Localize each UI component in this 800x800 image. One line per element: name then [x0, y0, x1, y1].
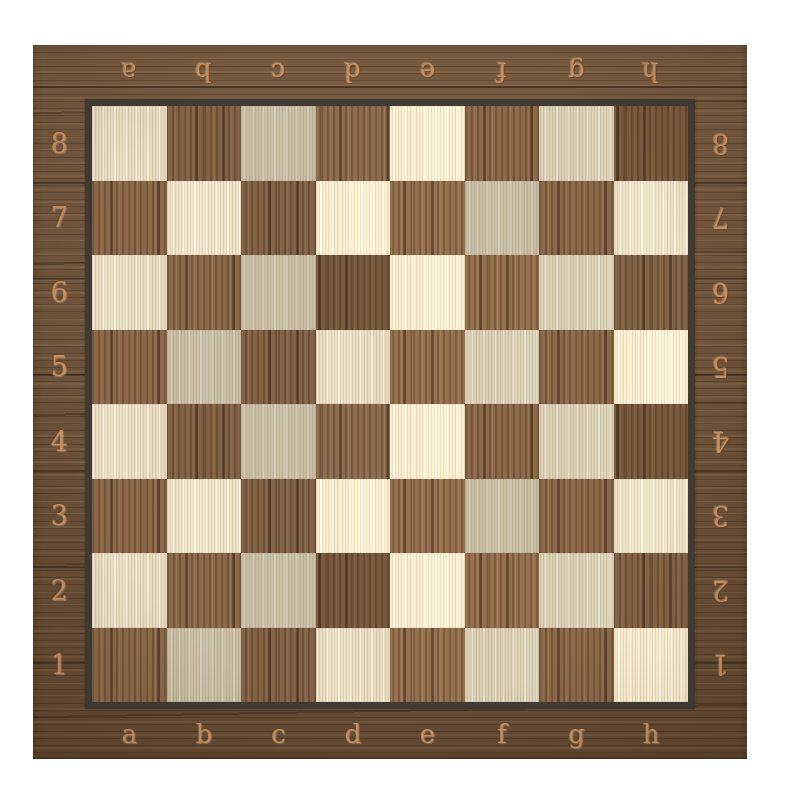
rank-glyph: 6	[712, 279, 729, 306]
rank-glyph: 4	[712, 428, 729, 455]
square-d6[interactable]	[316, 255, 391, 330]
square-f3[interactable]	[465, 479, 540, 554]
file-glyph: a	[121, 721, 137, 747]
square-g7[interactable]	[539, 181, 614, 256]
square-b5[interactable]	[167, 330, 242, 405]
product-photo-background: abcdefgh 87654321 87654321 abcdefgh	[0, 0, 800, 800]
file-glyph: e	[420, 59, 435, 85]
rank-label-left-4: 4	[33, 404, 85, 479]
square-g1[interactable]	[539, 628, 614, 703]
square-e3[interactable]	[390, 479, 465, 554]
rank-label-right-1: 1	[695, 628, 747, 703]
square-b6[interactable]	[167, 255, 242, 330]
rank-label-left-3: 3	[33, 479, 85, 554]
file-label-top-c: c	[241, 45, 316, 99]
square-b4[interactable]	[167, 404, 242, 479]
square-b1[interactable]	[167, 628, 242, 703]
square-f8[interactable]	[465, 106, 540, 181]
square-c6[interactable]	[241, 255, 316, 330]
chessboard: abcdefgh 87654321 87654321 abcdefgh	[33, 45, 747, 759]
square-g3[interactable]	[539, 479, 614, 554]
square-a6[interactable]	[92, 255, 167, 330]
square-c5[interactable]	[241, 330, 316, 405]
square-h8[interactable]	[614, 106, 689, 181]
file-glyph: a	[121, 59, 137, 85]
rank-glyph: 6	[50, 279, 67, 306]
file-glyph: b	[195, 721, 212, 747]
square-d7[interactable]	[316, 181, 391, 256]
square-b7[interactable]	[167, 181, 242, 256]
square-f6[interactable]	[465, 255, 540, 330]
square-g2[interactable]	[539, 553, 614, 628]
square-h6[interactable]	[614, 255, 689, 330]
rank-glyph: 3	[50, 502, 67, 529]
file-label-top-h: h	[614, 45, 689, 99]
square-d3[interactable]	[316, 479, 391, 554]
square-c4[interactable]	[241, 404, 316, 479]
rank-glyph: 5	[712, 353, 729, 380]
rank-glyph: 7	[50, 204, 67, 231]
rank-glyph: 3	[712, 502, 729, 529]
square-e7[interactable]	[390, 181, 465, 256]
square-h5[interactable]	[614, 330, 689, 405]
square-d5[interactable]	[316, 330, 391, 405]
square-f4[interactable]	[465, 404, 540, 479]
file-glyph: g	[568, 59, 585, 85]
rank-glyph: 7	[712, 204, 729, 231]
file-glyph: b	[195, 59, 212, 85]
file-glyph: d	[344, 59, 361, 85]
square-d8[interactable]	[316, 106, 391, 181]
square-b3[interactable]	[167, 479, 242, 554]
file-label-bottom-g: g	[539, 709, 614, 759]
file-glyph: c	[271, 59, 286, 85]
file-glyph: g	[568, 721, 585, 747]
square-h2[interactable]	[614, 553, 689, 628]
square-a3[interactable]	[92, 479, 167, 554]
rank-label-right-2: 2	[695, 553, 747, 628]
square-f7[interactable]	[465, 181, 540, 256]
square-c7[interactable]	[241, 181, 316, 256]
square-a4[interactable]	[92, 404, 167, 479]
square-g8[interactable]	[539, 106, 614, 181]
square-f5[interactable]	[465, 330, 540, 405]
square-e4[interactable]	[390, 404, 465, 479]
square-a7[interactable]	[92, 181, 167, 256]
rank-glyph: 1	[712, 651, 729, 678]
file-glyph: d	[344, 721, 361, 747]
square-g4[interactable]	[539, 404, 614, 479]
file-glyph: e	[420, 721, 435, 747]
rank-glyph: 8	[50, 130, 67, 157]
rank-glyph: 4	[50, 428, 67, 455]
square-c3[interactable]	[241, 479, 316, 554]
rank-label-left-7: 7	[33, 181, 85, 256]
file-label-bottom-c: c	[241, 709, 316, 759]
rank-glyph: 1	[50, 651, 67, 678]
rank-label-right-6: 6	[695, 255, 747, 330]
file-label-bottom-e: e	[390, 709, 465, 759]
square-h1[interactable]	[614, 628, 689, 703]
square-h3[interactable]	[614, 479, 689, 554]
square-h7[interactable]	[614, 181, 689, 256]
rank-label-left-6: 6	[33, 255, 85, 330]
rank-glyph: 8	[712, 130, 729, 157]
square-e1[interactable]	[390, 628, 465, 703]
square-c1[interactable]	[241, 628, 316, 703]
file-label-bottom-a: a	[92, 709, 167, 759]
rank-label-left-8: 8	[33, 106, 85, 181]
square-a8[interactable]	[92, 106, 167, 181]
square-d4[interactable]	[316, 404, 391, 479]
square-e6[interactable]	[390, 255, 465, 330]
square-a2[interactable]	[92, 553, 167, 628]
file-glyph: h	[642, 721, 659, 747]
file-label-bottom-h: h	[614, 709, 689, 759]
square-a1[interactable]	[92, 628, 167, 703]
rank-label-right-7: 7	[695, 181, 747, 256]
square-g6[interactable]	[539, 255, 614, 330]
rank-label-left-1: 1	[33, 628, 85, 703]
square-b8[interactable]	[167, 106, 242, 181]
square-f2[interactable]	[465, 553, 540, 628]
file-label-bottom-b: b	[167, 709, 242, 759]
square-d2[interactable]	[316, 553, 391, 628]
square-c8[interactable]	[241, 106, 316, 181]
file-glyph: f	[497, 721, 507, 747]
square-a5[interactable]	[92, 330, 167, 405]
square-c2[interactable]	[241, 553, 316, 628]
rank-glyph: 2	[50, 577, 67, 604]
file-labels-bottom: abcdefgh	[92, 709, 688, 759]
rank-label-right-8: 8	[695, 106, 747, 181]
square-e5[interactable]	[390, 330, 465, 405]
rank-labels-right: 87654321	[695, 106, 747, 702]
square-d1[interactable]	[316, 628, 391, 703]
file-label-bottom-f: f	[465, 709, 540, 759]
file-label-top-g: g	[539, 45, 614, 99]
file-label-top-d: d	[316, 45, 391, 99]
square-h4[interactable]	[614, 404, 689, 479]
file-label-top-e: e	[390, 45, 465, 99]
square-g5[interactable]	[539, 330, 614, 405]
file-label-top-f: f	[465, 45, 540, 99]
board-inlay-border	[85, 99, 695, 709]
rank-label-right-4: 4	[695, 404, 747, 479]
rank-label-left-5: 5	[33, 330, 85, 405]
rank-glyph: 2	[712, 577, 729, 604]
rank-glyph: 5	[50, 353, 67, 380]
rank-label-right-5: 5	[695, 330, 747, 405]
rank-label-left-2: 2	[33, 553, 85, 628]
play-area	[92, 106, 688, 702]
file-glyph: h	[642, 59, 659, 85]
file-glyph: f	[497, 59, 507, 85]
rank-label-right-3: 3	[695, 479, 747, 554]
file-glyph: c	[271, 721, 286, 747]
square-e2[interactable]	[390, 553, 465, 628]
square-e8[interactable]	[390, 106, 465, 181]
rank-labels-left: 87654321	[33, 106, 85, 702]
file-labels-top: abcdefgh	[92, 45, 688, 99]
file-label-top-a: a	[92, 45, 167, 99]
file-label-bottom-d: d	[316, 709, 391, 759]
file-label-top-b: b	[167, 45, 242, 99]
square-f1[interactable]	[465, 628, 540, 703]
square-b2[interactable]	[167, 553, 242, 628]
